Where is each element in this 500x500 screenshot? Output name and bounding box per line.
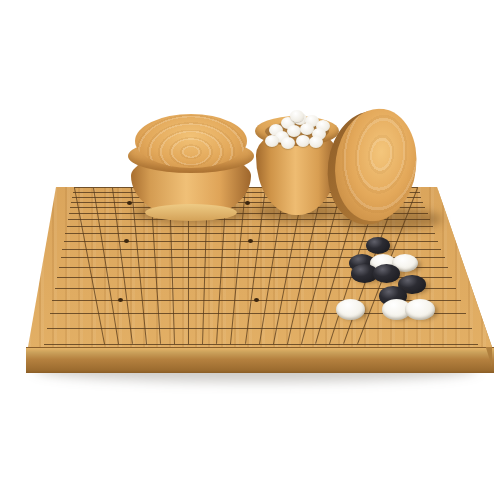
black-stone: [366, 237, 390, 254]
board-front-edge: [26, 347, 494, 373]
grid-line-h: [47, 328, 472, 329]
white-stones-heap: [261, 108, 333, 148]
grid-line-h: [44, 344, 478, 345]
board-surface: [0, 0, 500, 500]
white-stone: [405, 299, 435, 320]
closed-bowl-lid-top: [135, 114, 247, 168]
bowl-white-stone: [281, 137, 295, 149]
bowl-white-stone: [290, 110, 304, 122]
leaning-lid: [321, 103, 423, 231]
closed-bowl: [128, 110, 254, 222]
closed-bowl-base: [145, 204, 237, 221]
go-set-product-photo: [0, 0, 500, 500]
black-stone: [373, 264, 400, 283]
bowl-white-stone: [309, 136, 323, 148]
grid-line-h: [65, 233, 435, 234]
bowl-white-stone: [265, 135, 279, 147]
star-point: [124, 239, 129, 243]
bowl-white-stone: [296, 135, 310, 147]
white-stone: [336, 299, 366, 320]
